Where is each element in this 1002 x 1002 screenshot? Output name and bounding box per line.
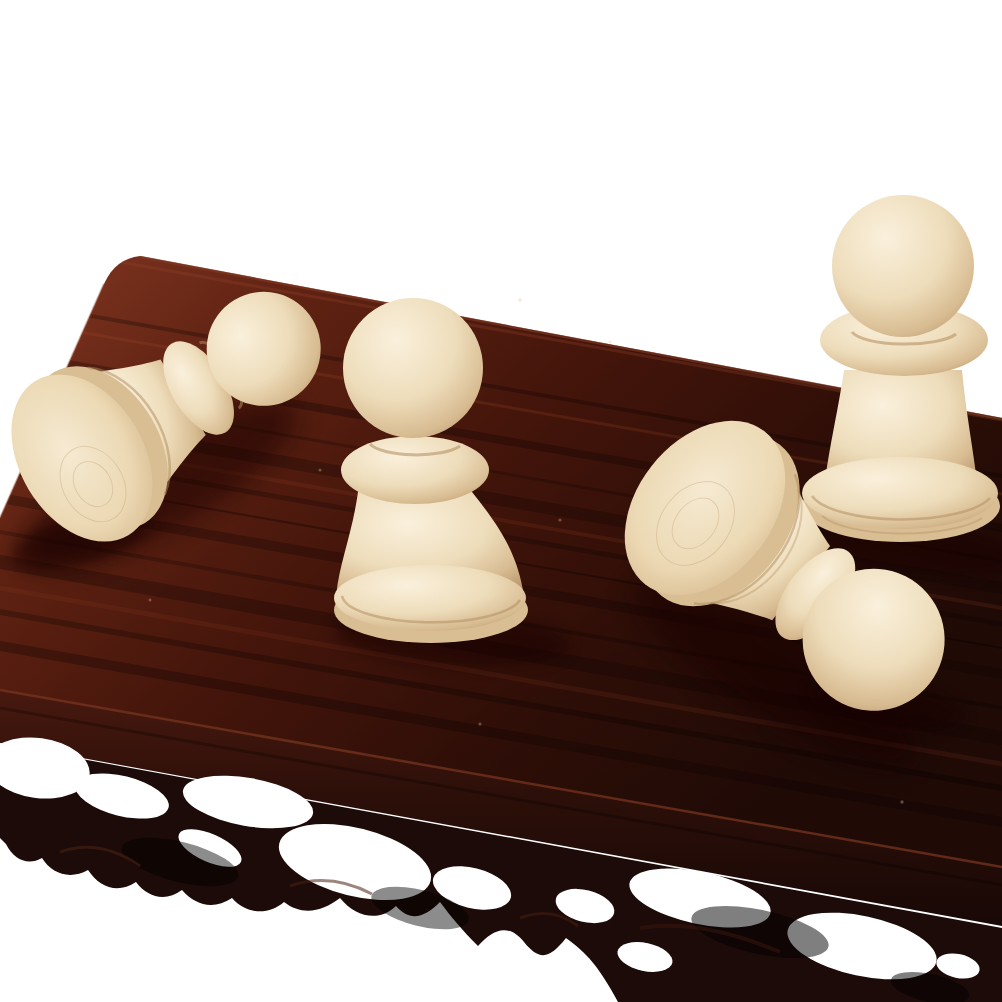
- pawn-head: [343, 298, 483, 438]
- pawn-collar: [341, 436, 489, 504]
- product-photo: [0, 0, 1002, 1002]
- pawn-base: [334, 565, 526, 631]
- pawn-base: [802, 457, 998, 529]
- pawn-head: [832, 195, 974, 337]
